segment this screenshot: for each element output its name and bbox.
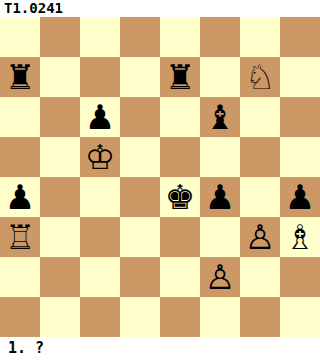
square-d8[interactable] bbox=[120, 17, 160, 57]
square-g8[interactable] bbox=[240, 17, 280, 57]
black-pawn-f4: ♟ bbox=[200, 177, 240, 217]
chess-board: ♜♜♘♟♝♔♟♚♟♟♖♙♗♙ bbox=[0, 17, 320, 337]
white-rook-a3: ♖ bbox=[0, 217, 40, 257]
square-f6[interactable]: ♝ bbox=[200, 97, 240, 137]
black-rook-a7: ♜ bbox=[0, 57, 40, 97]
white-bishop-h3: ♗ bbox=[280, 217, 320, 257]
square-f2[interactable]: ♙ bbox=[200, 257, 240, 297]
square-a5[interactable] bbox=[0, 137, 40, 177]
square-c6[interactable]: ♟ bbox=[80, 97, 120, 137]
puzzle-id-label: T1.0241 bbox=[0, 0, 320, 17]
square-f7[interactable] bbox=[200, 57, 240, 97]
square-f5[interactable] bbox=[200, 137, 240, 177]
square-f3[interactable] bbox=[200, 217, 240, 257]
square-c3[interactable] bbox=[80, 217, 120, 257]
black-pawn-h4: ♟ bbox=[280, 177, 320, 217]
square-e3[interactable] bbox=[160, 217, 200, 257]
square-g6[interactable] bbox=[240, 97, 280, 137]
square-b6[interactable] bbox=[40, 97, 80, 137]
square-g3[interactable]: ♙ bbox=[240, 217, 280, 257]
square-e2[interactable] bbox=[160, 257, 200, 297]
square-a6[interactable] bbox=[0, 97, 40, 137]
square-a8[interactable] bbox=[0, 17, 40, 57]
square-g2[interactable] bbox=[240, 257, 280, 297]
black-rook-e7: ♜ bbox=[160, 57, 200, 97]
square-e1[interactable] bbox=[160, 297, 200, 337]
black-pawn-a4: ♟ bbox=[0, 177, 40, 217]
white-knight-g7: ♘ bbox=[240, 57, 280, 97]
square-e5[interactable] bbox=[160, 137, 200, 177]
square-f1[interactable] bbox=[200, 297, 240, 337]
square-a2[interactable] bbox=[0, 257, 40, 297]
square-e6[interactable] bbox=[160, 97, 200, 137]
white-king-c5: ♔ bbox=[80, 137, 120, 177]
square-c7[interactable] bbox=[80, 57, 120, 97]
square-b1[interactable] bbox=[40, 297, 80, 337]
square-h8[interactable] bbox=[280, 17, 320, 57]
square-b4[interactable] bbox=[40, 177, 80, 217]
square-a7[interactable]: ♜ bbox=[0, 57, 40, 97]
square-d1[interactable] bbox=[120, 297, 160, 337]
square-g4[interactable] bbox=[240, 177, 280, 217]
square-h1[interactable] bbox=[280, 297, 320, 337]
square-c5[interactable]: ♔ bbox=[80, 137, 120, 177]
square-e8[interactable] bbox=[160, 17, 200, 57]
square-e4[interactable]: ♚ bbox=[160, 177, 200, 217]
square-h4[interactable]: ♟ bbox=[280, 177, 320, 217]
square-b2[interactable] bbox=[40, 257, 80, 297]
puzzle-page: T1.0241 ♜♜♘♟♝♔♟♚♟♟♖♙♗♙ 1. ? bbox=[0, 0, 320, 360]
square-c2[interactable] bbox=[80, 257, 120, 297]
square-h5[interactable] bbox=[280, 137, 320, 177]
square-b3[interactable] bbox=[40, 217, 80, 257]
white-pawn-g3: ♙ bbox=[240, 217, 280, 257]
square-d5[interactable] bbox=[120, 137, 160, 177]
square-f4[interactable]: ♟ bbox=[200, 177, 240, 217]
black-king-e4: ♚ bbox=[160, 177, 200, 217]
square-b8[interactable] bbox=[40, 17, 80, 57]
square-h3[interactable]: ♗ bbox=[280, 217, 320, 257]
square-h7[interactable] bbox=[280, 57, 320, 97]
move-prompt: 1. ? bbox=[0, 337, 320, 360]
square-c1[interactable] bbox=[80, 297, 120, 337]
square-a3[interactable]: ♖ bbox=[0, 217, 40, 257]
square-d4[interactable] bbox=[120, 177, 160, 217]
square-d6[interactable] bbox=[120, 97, 160, 137]
square-e7[interactable]: ♜ bbox=[160, 57, 200, 97]
white-pawn-f2: ♙ bbox=[200, 257, 240, 297]
square-d3[interactable] bbox=[120, 217, 160, 257]
square-h2[interactable] bbox=[280, 257, 320, 297]
square-f8[interactable] bbox=[200, 17, 240, 57]
square-c8[interactable] bbox=[80, 17, 120, 57]
square-d7[interactable] bbox=[120, 57, 160, 97]
black-pawn-c6: ♟ bbox=[80, 97, 120, 137]
square-g1[interactable] bbox=[240, 297, 280, 337]
square-g5[interactable] bbox=[240, 137, 280, 177]
square-c4[interactable] bbox=[80, 177, 120, 217]
square-h6[interactable] bbox=[280, 97, 320, 137]
black-bishop-f6: ♝ bbox=[200, 97, 240, 137]
square-d2[interactable] bbox=[120, 257, 160, 297]
square-a4[interactable]: ♟ bbox=[0, 177, 40, 217]
square-b7[interactable] bbox=[40, 57, 80, 97]
square-g7[interactable]: ♘ bbox=[240, 57, 280, 97]
square-b5[interactable] bbox=[40, 137, 80, 177]
square-a1[interactable] bbox=[0, 297, 40, 337]
